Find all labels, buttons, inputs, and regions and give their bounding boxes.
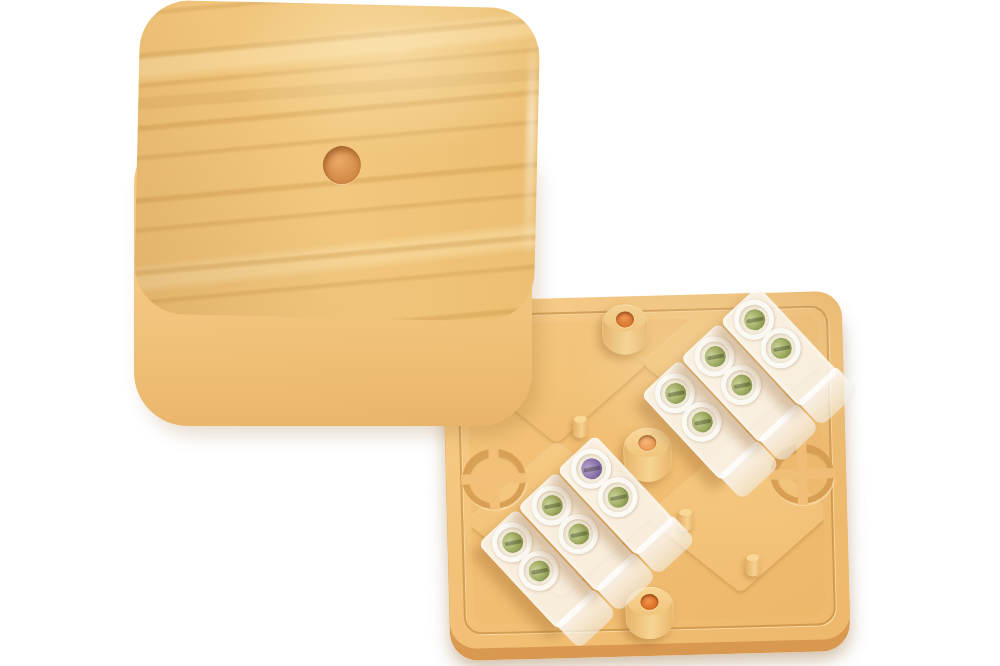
knockout-gap-bar	[488, 448, 500, 510]
screw-post-top	[602, 304, 649, 355]
terminal-screw-green	[537, 491, 567, 521]
terminal-screw-green	[766, 333, 796, 363]
terminal-screw-green	[524, 556, 554, 586]
terminal-screw-green	[603, 482, 633, 512]
terminal-screw-purple	[576, 454, 606, 484]
terminal-screw-green	[700, 342, 730, 372]
terminal-screw-green	[687, 407, 717, 437]
support-peg	[745, 554, 761, 576]
lid-top-surface	[133, 0, 540, 322]
terminal-screw-green	[739, 305, 769, 335]
knockout-gap-bar	[796, 443, 808, 505]
support-peg	[573, 416, 589, 438]
screw-post-hole	[616, 311, 634, 327]
screw-post-hole	[638, 435, 656, 451]
product-photo	[0, 0, 1000, 666]
terminal-screw-green	[726, 370, 756, 400]
terminal-screw-green	[497, 528, 527, 558]
terminal-screw-green	[660, 379, 690, 409]
screw-post-hole	[640, 594, 658, 610]
terminal-screw-green	[563, 519, 593, 549]
